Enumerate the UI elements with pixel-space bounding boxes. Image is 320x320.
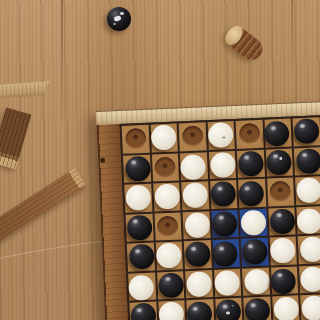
black-disc[interactable] xyxy=(264,121,290,147)
board-grid xyxy=(120,114,320,320)
board-cell-g2[interactable] xyxy=(294,147,320,176)
board-cell-f7[interactable] xyxy=(272,295,300,320)
board-cell-d7[interactable] xyxy=(215,298,243,320)
othello-board xyxy=(96,100,320,320)
cell-hole xyxy=(157,215,179,237)
black-disc[interactable] xyxy=(238,151,264,177)
board-cell-g6[interactable] xyxy=(299,265,320,294)
black-disc[interactable] xyxy=(270,268,296,294)
white-disc[interactable] xyxy=(155,184,181,210)
black-disc[interactable] xyxy=(186,301,212,320)
paint-speck xyxy=(113,15,121,22)
black-disc[interactable] xyxy=(158,272,184,298)
board-cell-c1[interactable] xyxy=(179,122,207,151)
board-cell-e5[interactable] xyxy=(241,238,269,267)
board-cell-d2[interactable] xyxy=(208,150,236,179)
board-cell-c3[interactable] xyxy=(181,181,209,210)
board-cell-g7[interactable] xyxy=(300,294,320,320)
board-cell-e6[interactable] xyxy=(242,267,270,296)
black-disc[interactable] xyxy=(242,239,268,265)
board-cell-f5[interactable] xyxy=(269,236,297,265)
white-disc[interactable] xyxy=(128,274,154,300)
board-cell-c5[interactable] xyxy=(184,240,212,269)
board-cell-e7[interactable] xyxy=(243,297,271,320)
black-disc[interactable] xyxy=(296,148,320,174)
black-disc[interactable] xyxy=(212,241,238,267)
board-cell-c2[interactable] xyxy=(180,152,208,181)
black-disc[interactable] xyxy=(244,298,270,320)
board-cell-e4[interactable] xyxy=(239,208,267,237)
board-cell-g1[interactable] xyxy=(293,117,320,146)
cell-hole xyxy=(238,123,260,145)
black-disc[interactable] xyxy=(130,303,156,320)
white-disc[interactable] xyxy=(270,238,296,264)
white-disc[interactable] xyxy=(274,297,300,320)
board-cell-e2[interactable] xyxy=(237,149,265,178)
board-cell-d5[interactable] xyxy=(212,239,240,268)
board-cell-b4[interactable] xyxy=(154,212,182,241)
black-disc[interactable] xyxy=(270,208,296,234)
cell-hole xyxy=(182,126,204,148)
board-cell-g3[interactable] xyxy=(295,176,320,205)
black-disc[interactable] xyxy=(266,149,292,175)
white-disc[interactable] xyxy=(184,212,210,238)
black-disc[interactable] xyxy=(210,181,236,207)
board-cell-f2[interactable] xyxy=(265,148,293,177)
board-cell-b2[interactable] xyxy=(151,153,179,182)
paint-speck xyxy=(113,23,116,25)
board-cell-c6[interactable] xyxy=(185,270,213,299)
board-cell-d3[interactable] xyxy=(210,180,238,209)
cell-hole xyxy=(270,181,292,203)
cell-hole xyxy=(154,156,176,178)
black-disc[interactable] xyxy=(212,211,238,237)
photo-scene xyxy=(0,0,320,320)
white-disc[interactable] xyxy=(156,243,182,269)
white-disc[interactable] xyxy=(244,268,270,294)
paint-speck xyxy=(120,12,124,15)
white-disc[interactable] xyxy=(151,125,177,151)
cell-hole xyxy=(125,128,147,150)
board-cell-b3[interactable] xyxy=(153,182,181,211)
white-disc[interactable] xyxy=(301,295,320,320)
board-cell-b7[interactable] xyxy=(158,300,186,320)
black-disc[interactable] xyxy=(238,181,264,207)
white-disc[interactable] xyxy=(159,302,185,320)
board-cell-c4[interactable] xyxy=(182,211,210,240)
board-cell-a4[interactable] xyxy=(126,213,154,242)
board-cell-g5[interactable] xyxy=(298,235,320,264)
black-disc[interactable] xyxy=(293,119,319,145)
board-cell-a6[interactable] xyxy=(128,272,156,301)
board-cell-d1[interactable] xyxy=(207,121,235,150)
black-disc[interactable] xyxy=(216,299,242,320)
black-disc[interactable] xyxy=(125,155,151,181)
board-cell-f6[interactable] xyxy=(270,266,298,295)
loose-black-disc[interactable] xyxy=(107,7,131,31)
board-cell-e3[interactable] xyxy=(238,179,266,208)
board-cell-d6[interactable] xyxy=(214,268,242,297)
board-cell-f4[interactable] xyxy=(268,207,296,236)
board-cell-b1[interactable] xyxy=(150,123,178,152)
black-disc[interactable] xyxy=(185,241,211,267)
white-disc[interactable] xyxy=(296,208,320,234)
board-cell-d4[interactable] xyxy=(211,209,239,238)
white-disc[interactable] xyxy=(180,154,206,180)
white-disc[interactable] xyxy=(125,185,151,211)
board-cell-b6[interactable] xyxy=(157,271,185,300)
black-disc[interactable] xyxy=(126,214,152,240)
board-cell-e1[interactable] xyxy=(236,120,264,149)
board-cell-a2[interactable] xyxy=(123,154,151,183)
white-disc[interactable] xyxy=(186,271,212,297)
white-disc[interactable] xyxy=(300,266,320,292)
white-disc[interactable] xyxy=(182,182,208,208)
white-disc[interactable] xyxy=(208,122,234,148)
black-disc[interactable] xyxy=(129,244,155,270)
white-disc[interactable] xyxy=(214,270,240,296)
white-disc[interactable] xyxy=(296,178,320,204)
board-cell-b5[interactable] xyxy=(155,241,183,270)
board-cell-a3[interactable] xyxy=(124,184,152,213)
board-cell-a7[interactable] xyxy=(129,302,157,320)
board-cell-g4[interactable] xyxy=(296,206,320,235)
board-cell-f3[interactable] xyxy=(267,177,295,206)
board-cell-a1[interactable] xyxy=(122,125,150,154)
white-disc[interactable] xyxy=(240,209,266,235)
board-cell-c7[interactable] xyxy=(186,299,214,320)
white-disc[interactable] xyxy=(299,236,320,262)
white-disc[interactable] xyxy=(210,152,236,178)
board-cell-a5[interactable] xyxy=(127,243,155,272)
board-cell-f1[interactable] xyxy=(264,119,292,148)
rail-peg-hole xyxy=(100,158,105,163)
